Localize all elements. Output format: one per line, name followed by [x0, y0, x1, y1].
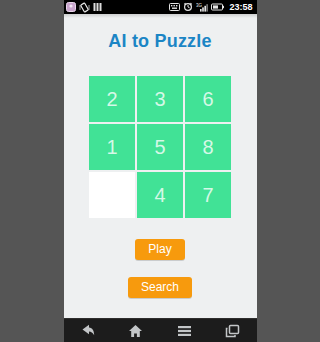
- puzzle-cell[interactable]: 3: [137, 76, 183, 122]
- puzzle-cell[interactable]: 4: [137, 172, 183, 218]
- back-button[interactable]: [73, 320, 103, 342]
- android-nav-bar: [64, 318, 257, 342]
- play-button[interactable]: Play: [135, 239, 184, 260]
- phone-screen: 3G 23:58 AI to Puzzle 2 3 6 1 5 8 4 7 Pl…: [64, 0, 257, 342]
- menu-button[interactable]: [169, 320, 199, 342]
- puzzle-blank: [89, 172, 135, 218]
- status-bar: 3G 23:58: [64, 0, 257, 14]
- puzzle-cell[interactable]: 1: [89, 124, 135, 170]
- search-button[interactable]: Search: [128, 277, 192, 298]
- alarm-icon: [183, 2, 193, 12]
- puzzle-cell[interactable]: 7: [185, 172, 231, 218]
- puzzle-cell[interactable]: 2: [89, 76, 135, 122]
- gallery-notification-icon: [66, 2, 76, 12]
- list-notification-icon: [93, 2, 102, 12]
- home-button[interactable]: [121, 320, 151, 342]
- status-bar-clock: 23:58: [227, 0, 254, 14]
- puzzle-cell[interactable]: 6: [185, 76, 231, 122]
- recent-apps-button[interactable]: [217, 320, 247, 342]
- page-title: AI to Puzzle: [64, 14, 257, 52]
- app-content: AI to Puzzle 2 3 6 1 5 8 4 7 Play Search: [64, 14, 257, 318]
- signal-icon: 3G: [196, 2, 208, 12]
- battery-icon: [211, 3, 224, 11]
- puzzle-board: 2 3 6 1 5 8 4 7: [89, 76, 231, 218]
- vibrate-icon: [79, 2, 90, 13]
- keyboard-icon: [169, 3, 180, 11]
- puzzle-cell[interactable]: 5: [137, 124, 183, 170]
- svg-text:3G: 3G: [196, 3, 203, 8]
- puzzle-cell[interactable]: 8: [185, 124, 231, 170]
